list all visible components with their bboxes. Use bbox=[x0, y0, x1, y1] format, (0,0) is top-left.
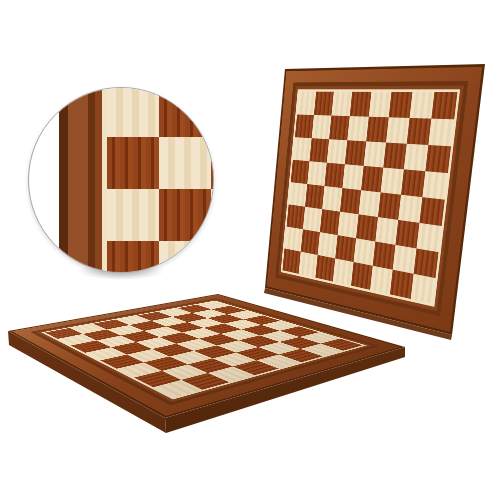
chess-board-upright bbox=[265, 64, 485, 335]
square-dark bbox=[159, 87, 211, 137]
product-photo-stage bbox=[0, 0, 500, 500]
square-light bbox=[428, 119, 454, 147]
board-frame bbox=[59, 87, 214, 273]
square-light bbox=[370, 266, 393, 295]
square-dark bbox=[159, 189, 211, 241]
board-grid bbox=[107, 87, 214, 273]
square-light bbox=[107, 87, 159, 137]
square-light bbox=[375, 217, 398, 245]
square-dark bbox=[419, 197, 444, 226]
board-grid bbox=[282, 92, 457, 304]
square-light bbox=[211, 189, 214, 241]
square-light bbox=[211, 87, 214, 137]
inset-board-corner bbox=[59, 87, 214, 273]
square-light bbox=[159, 241, 211, 273]
square-light bbox=[416, 223, 441, 252]
board-margin bbox=[95, 87, 214, 273]
square-light bbox=[422, 171, 447, 200]
maple-border-line bbox=[102, 87, 214, 273]
square-dark bbox=[390, 270, 414, 299]
square-light bbox=[159, 137, 211, 189]
square-light bbox=[386, 117, 410, 143]
square-dark bbox=[395, 220, 419, 249]
square-dark bbox=[383, 143, 406, 170]
square-dark bbox=[211, 241, 214, 273]
corner-detail-inset bbox=[28, 87, 214, 273]
square-dark bbox=[107, 137, 159, 189]
square-light bbox=[381, 168, 404, 195]
board-frame-bevel bbox=[68, 87, 214, 273]
square-dark bbox=[407, 118, 432, 145]
square-dark bbox=[378, 192, 401, 220]
square-light bbox=[107, 189, 159, 241]
board-frame-step bbox=[88, 87, 214, 273]
square-dark bbox=[211, 137, 214, 189]
square-light bbox=[410, 92, 435, 119]
square-light bbox=[398, 195, 422, 223]
square-dark bbox=[425, 145, 451, 173]
square-light bbox=[404, 144, 428, 171]
square-light bbox=[411, 274, 436, 304]
square-dark bbox=[401, 169, 425, 197]
square-dark bbox=[431, 92, 457, 119]
